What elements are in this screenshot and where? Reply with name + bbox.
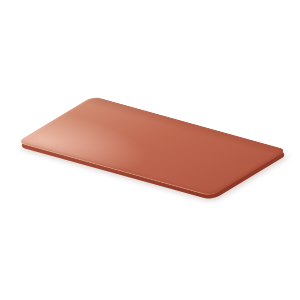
cavity-grid bbox=[38, 105, 268, 189]
photo-background bbox=[0, 0, 300, 300]
